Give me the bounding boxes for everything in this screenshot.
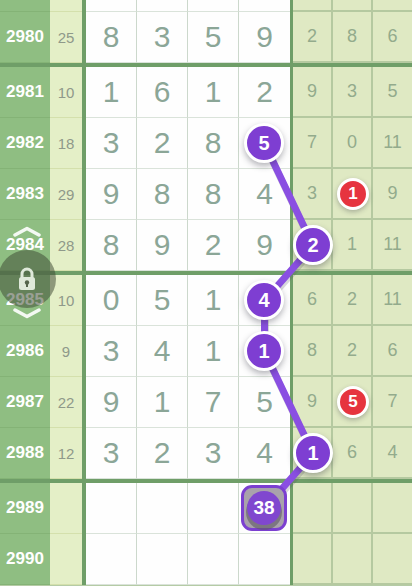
sum-cell: 29 (50, 169, 82, 220)
number-cell: 5 (137, 275, 188, 326)
sum-cell (50, 483, 82, 534)
stat-cell: 6 (373, 326, 412, 377)
stat-cell (293, 428, 333, 479)
number-cell: 2 (239, 67, 290, 118)
stat-cell: 1 (333, 220, 373, 271)
sum-cell: 22 (50, 377, 82, 428)
partial-row-top (0, 0, 412, 12)
issue-cell: 2981 (0, 67, 50, 118)
issue-cell: 2982 (0, 118, 50, 169)
number-cell (239, 483, 290, 534)
table-row: 2988 12 3 2 3 4 6 4 (0, 428, 412, 479)
stat-cell (293, 483, 333, 534)
number-cell (188, 483, 239, 534)
number-cell: 3 (188, 428, 239, 479)
number-cell (239, 275, 290, 326)
number-cell: 4 (239, 428, 290, 479)
stat-cell: 7 (293, 118, 333, 169)
number-cell: 2 (188, 220, 239, 271)
stat-cell: 9 (293, 377, 333, 428)
number-cell: 5 (239, 377, 290, 428)
stat-cell (333, 534, 373, 585)
chevron-up-icon[interactable] (12, 226, 42, 237)
sum-cell: 28 (50, 220, 82, 271)
lock-icon (15, 266, 39, 292)
stat-cell (293, 220, 333, 271)
table-row: 2987 22 9 1 7 5 9 7 (0, 377, 412, 428)
table-row: 2986 9 3 4 1 8 2 6 (0, 326, 412, 377)
issue-cell: 2988 (0, 428, 50, 479)
stat-cell (373, 483, 412, 534)
number-cell (86, 483, 137, 534)
number-cell (239, 326, 290, 377)
number-cell: 8 (137, 169, 188, 220)
stat-cell: 9 (293, 67, 333, 118)
table-row: 2983 29 9 8 8 4 3 9 (0, 169, 412, 220)
sum-cell: 12 (50, 428, 82, 479)
number-cell (137, 483, 188, 534)
sum-cell: 9 (50, 326, 82, 377)
stat-cell: 3 (333, 67, 373, 118)
stat-cell: 11 (373, 220, 412, 271)
number-cell (188, 534, 239, 585)
stat-cell: 11 (373, 275, 412, 326)
number-cell: 7 (188, 377, 239, 428)
number-cell: 4 (137, 326, 188, 377)
number-cell (239, 118, 290, 169)
issue-cell: 2990 (0, 534, 50, 585)
number-cell: 3 (86, 428, 137, 479)
number-cell: 1 (86, 67, 137, 118)
stat-cell (333, 377, 373, 428)
number-cell: 5 (188, 12, 239, 63)
stat-cell: 2 (333, 275, 373, 326)
stat-cell (333, 169, 373, 220)
stat-cell (293, 534, 333, 585)
stat-cell: 11 (373, 118, 412, 169)
stat-cell: 4 (373, 428, 412, 479)
issue-cell: 2987 (0, 377, 50, 428)
stat-cell: 2 (293, 12, 333, 63)
trend-chart-board: 2980 25 8 3 5 9 2 8 6 2981 10 1 6 1 2 9 … (0, 0, 412, 586)
stat-cell: 6 (293, 275, 333, 326)
number-cell: 4 (239, 169, 290, 220)
number-cell: 9 (239, 12, 290, 63)
number-cell: 8 (188, 118, 239, 169)
stat-cell (373, 0, 412, 12)
stat-cell (293, 0, 333, 12)
number-cell: 2 (137, 118, 188, 169)
stat-cell: 9 (373, 169, 412, 220)
number-cell: 8 (86, 12, 137, 63)
number-cell: 9 (86, 377, 137, 428)
sum-cell: 18 (50, 118, 82, 169)
table-row: 2989 (0, 483, 412, 534)
issue-cell: 2989 (0, 483, 50, 534)
number-cell: 9 (86, 169, 137, 220)
table-row: 2980 25 8 3 5 9 2 8 6 (0, 12, 412, 63)
number-cell: 9 (137, 220, 188, 271)
number-cell (239, 0, 290, 12)
issue-cell: 2986 (0, 326, 50, 377)
sum-cell: 25 (50, 12, 82, 63)
stat-cell: 6 (333, 428, 373, 479)
number-cell (137, 534, 188, 585)
chevron-down-icon[interactable] (12, 308, 42, 319)
stat-cell: 7 (373, 377, 412, 428)
number-cell: 8 (86, 220, 137, 271)
stat-cell (373, 534, 412, 585)
number-cell: 8 (188, 169, 239, 220)
number-cell (86, 534, 137, 585)
number-cell: 2 (137, 428, 188, 479)
number-cell (188, 0, 239, 12)
table-row: 2990 (0, 534, 412, 585)
sum-cell (50, 0, 82, 12)
number-cell: 3 (137, 12, 188, 63)
issue-cell: 2983 (0, 169, 50, 220)
stat-cell (333, 0, 373, 12)
stat-cell: 0 (333, 118, 373, 169)
number-cell: 1 (137, 377, 188, 428)
stat-cell: 5 (373, 67, 412, 118)
stat-cell: 8 (333, 12, 373, 63)
table-row: 2985 10 0 5 1 6 2 11 (0, 275, 412, 326)
number-cell: 9 (239, 220, 290, 271)
lock-button[interactable] (0, 250, 56, 308)
number-cell: 1 (188, 275, 239, 326)
stat-cell: 8 (293, 326, 333, 377)
number-cell: 1 (188, 67, 239, 118)
number-cell (86, 0, 137, 12)
table-row: 2981 10 1 6 1 2 9 3 5 (0, 67, 412, 118)
issue-cell: 2980 (0, 12, 50, 63)
number-cell: 0 (86, 275, 137, 326)
stat-cell (333, 483, 373, 534)
number-cell (239, 534, 290, 585)
stat-cell: 6 (373, 12, 412, 63)
number-cell: 6 (137, 67, 188, 118)
number-cell (137, 0, 188, 12)
number-cell: 3 (86, 118, 137, 169)
number-cell: 1 (188, 326, 239, 377)
issue-cell (0, 0, 50, 12)
table-row: 2984 28 8 9 2 9 1 11 (0, 220, 412, 271)
sum-cell: 10 (50, 67, 82, 118)
number-cell: 3 (86, 326, 137, 377)
stat-cell: 2 (333, 326, 373, 377)
sum-cell (50, 534, 82, 585)
stat-cell: 3 (293, 169, 333, 220)
table-row: 2982 18 3 2 8 7 0 11 (0, 118, 412, 169)
